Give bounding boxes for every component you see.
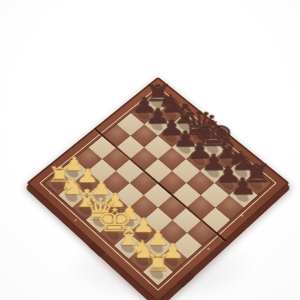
frame-screw [74, 219, 77, 222]
square-f1 [114, 233, 143, 259]
frame-screw [241, 214, 244, 217]
square-f5 [172, 183, 200, 208]
square-h3 [173, 233, 202, 259]
square-g4 [172, 208, 201, 233]
frame-screw [207, 248, 210, 251]
square-h1 [143, 259, 173, 286]
square-c2 [87, 183, 115, 208]
square-e3 [129, 195, 158, 220]
square-c1 [72, 195, 101, 220]
square-e1 [100, 220, 129, 246]
square-g5 [187, 195, 216, 220]
square-d1 [86, 208, 115, 233]
square-b1 [58, 183, 86, 208]
square-f2 [129, 220, 158, 246]
square-h2 [158, 246, 187, 272]
square-h4 [187, 220, 216, 246]
square-d3 [115, 183, 143, 208]
square-g3 [158, 220, 187, 246]
square-g1 [129, 246, 158, 272]
square-h5 [201, 208, 230, 233]
chess-set-product-photo: ♜♞♝♛♚♝♞♜♟♟♟♟♟♟♟♟♟♟♟♟♟♟♟♟♜♞♝♛♚♝♞♜ [0, 0, 300, 300]
square-e4 [144, 183, 172, 208]
square-g6 [201, 183, 229, 208]
square-d2 [101, 195, 130, 220]
square-h7 [229, 183, 257, 208]
square-g2 [143, 233, 172, 259]
square-h6 [215, 195, 244, 220]
square-f4 [158, 195, 187, 220]
frame-screw [49, 192, 52, 194]
square-e2 [115, 208, 144, 233]
square-f3 [144, 208, 173, 233]
